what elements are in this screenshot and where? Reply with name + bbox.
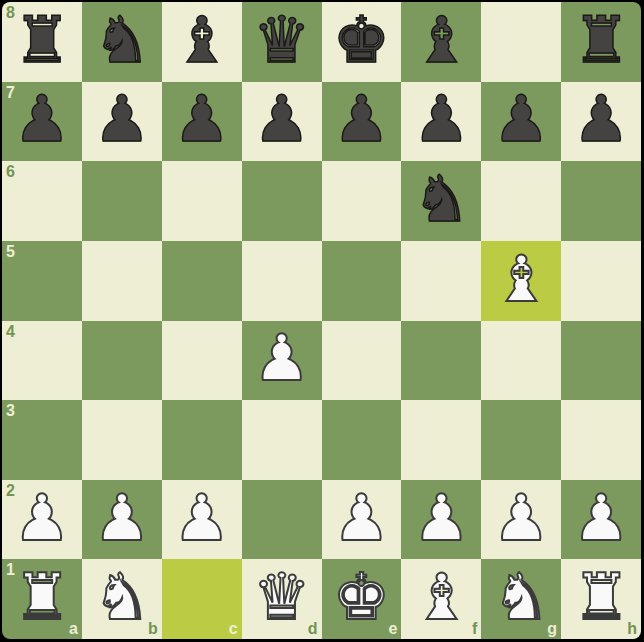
- square-d1[interactable]: ♛d: [242, 559, 322, 639]
- square-e7[interactable]: ♟: [322, 82, 402, 162]
- square-b8[interactable]: ♞: [82, 2, 162, 82]
- square-d8[interactable]: ♛: [242, 2, 322, 82]
- white-pawn[interactable]: ♟: [333, 486, 390, 550]
- black-pawn[interactable]: ♟: [413, 87, 470, 151]
- square-b2[interactable]: ♟: [82, 480, 162, 560]
- square-e4[interactable]: [322, 321, 402, 401]
- white-bishop[interactable]: ♝: [493, 247, 550, 311]
- black-pawn[interactable]: ♟: [253, 87, 310, 151]
- white-pawn[interactable]: ♟: [13, 486, 70, 550]
- black-bishop[interactable]: ♝: [413, 8, 470, 72]
- square-d3[interactable]: [242, 400, 322, 480]
- black-pawn[interactable]: ♟: [13, 87, 70, 151]
- rank-label-8: 8: [6, 5, 15, 21]
- square-e1[interactable]: ♚e: [322, 559, 402, 639]
- black-queen[interactable]: ♛: [253, 8, 310, 72]
- white-pawn[interactable]: ♟: [93, 486, 150, 550]
- square-g2[interactable]: ♟: [481, 480, 561, 560]
- white-pawn[interactable]: ♟: [413, 486, 470, 550]
- black-pawn[interactable]: ♟: [493, 87, 550, 151]
- square-a4[interactable]: 4: [2, 321, 82, 401]
- square-f4[interactable]: [401, 321, 481, 401]
- white-bishop[interactable]: ♝: [413, 565, 470, 629]
- white-queen[interactable]: ♛: [253, 565, 310, 629]
- white-pawn[interactable]: ♟: [173, 486, 230, 550]
- square-c4[interactable]: [162, 321, 242, 401]
- square-a3[interactable]: 3: [2, 400, 82, 480]
- square-a1[interactable]: ♜1a: [2, 559, 82, 639]
- white-knight[interactable]: ♞: [493, 565, 550, 629]
- square-e2[interactable]: ♟: [322, 480, 402, 560]
- square-h2[interactable]: ♟: [561, 480, 641, 560]
- square-b4[interactable]: [82, 321, 162, 401]
- square-h3[interactable]: [561, 400, 641, 480]
- square-e8[interactable]: ♚: [322, 2, 402, 82]
- square-f6[interactable]: ♞: [401, 161, 481, 241]
- square-a8[interactable]: ♜8: [2, 2, 82, 82]
- square-e5[interactable]: [322, 241, 402, 321]
- square-c6[interactable]: [162, 161, 242, 241]
- file-label-g: g: [547, 621, 557, 637]
- square-c5[interactable]: [162, 241, 242, 321]
- file-label-b: b: [148, 621, 158, 637]
- square-b3[interactable]: [82, 400, 162, 480]
- chess-board-frame: ♜8♞♝♛♚♝♜♟7♟♟♟♟♟♟♟6♞5♝4♟3♟2♟♟♟♟♟♟♜1a♞bc♛d…: [0, 0, 644, 642]
- square-g8[interactable]: [481, 2, 561, 82]
- square-g1[interactable]: ♞g: [481, 559, 561, 639]
- file-label-c: c: [229, 621, 238, 637]
- square-h4[interactable]: [561, 321, 641, 401]
- square-c1[interactable]: c: [162, 559, 242, 639]
- square-e6[interactable]: [322, 161, 402, 241]
- square-d7[interactable]: ♟: [242, 82, 322, 162]
- white-pawn[interactable]: ♟: [572, 486, 629, 550]
- square-f3[interactable]: [401, 400, 481, 480]
- black-king[interactable]: ♚: [333, 8, 390, 72]
- square-a7[interactable]: ♟7: [2, 82, 82, 162]
- square-h8[interactable]: ♜: [561, 2, 641, 82]
- square-d6[interactable]: [242, 161, 322, 241]
- rank-label-5: 5: [6, 244, 15, 260]
- square-c7[interactable]: ♟: [162, 82, 242, 162]
- file-label-h: h: [627, 621, 637, 637]
- black-pawn[interactable]: ♟: [333, 87, 390, 151]
- square-g3[interactable]: [481, 400, 561, 480]
- black-pawn[interactable]: ♟: [173, 87, 230, 151]
- black-knight[interactable]: ♞: [413, 167, 470, 231]
- square-f1[interactable]: ♝f: [401, 559, 481, 639]
- square-f5[interactable]: [401, 241, 481, 321]
- square-h5[interactable]: [561, 241, 641, 321]
- black-pawn[interactable]: ♟: [93, 87, 150, 151]
- square-g6[interactable]: [481, 161, 561, 241]
- white-knight[interactable]: ♞: [93, 565, 150, 629]
- square-f2[interactable]: ♟: [401, 480, 481, 560]
- square-a2[interactable]: ♟2: [2, 480, 82, 560]
- white-king[interactable]: ♚: [333, 565, 390, 629]
- square-c3[interactable]: [162, 400, 242, 480]
- square-d5[interactable]: [242, 241, 322, 321]
- square-a6[interactable]: 6: [2, 161, 82, 241]
- square-b6[interactable]: [82, 161, 162, 241]
- square-g7[interactable]: ♟: [481, 82, 561, 162]
- square-f7[interactable]: ♟: [401, 82, 481, 162]
- square-c8[interactable]: ♝: [162, 2, 242, 82]
- square-c2[interactable]: ♟: [162, 480, 242, 560]
- square-g4[interactable]: [481, 321, 561, 401]
- file-label-a: a: [69, 621, 78, 637]
- rank-label-2: 2: [6, 483, 15, 499]
- chess-board: ♜8♞♝♛♚♝♜♟7♟♟♟♟♟♟♟6♞5♝4♟3♟2♟♟♟♟♟♟♜1a♞bc♛d…: [2, 2, 641, 639]
- square-h7[interactable]: ♟: [561, 82, 641, 162]
- square-a5[interactable]: 5: [2, 241, 82, 321]
- black-rook[interactable]: ♜: [13, 8, 70, 72]
- square-f8[interactable]: ♝: [401, 2, 481, 82]
- square-e3[interactable]: [322, 400, 402, 480]
- black-knight[interactable]: ♞: [93, 8, 150, 72]
- rank-label-3: 3: [6, 403, 15, 419]
- white-pawn[interactable]: ♟: [253, 326, 310, 390]
- square-b7[interactable]: ♟: [82, 82, 162, 162]
- black-pawn[interactable]: ♟: [572, 87, 629, 151]
- file-label-f: f: [472, 621, 477, 637]
- file-label-d: d: [308, 621, 318, 637]
- square-b5[interactable]: [82, 241, 162, 321]
- black-rook[interactable]: ♜: [572, 8, 629, 72]
- white-rook[interactable]: ♜: [572, 565, 629, 629]
- square-d4[interactable]: ♟: [242, 321, 322, 401]
- square-h6[interactable]: [561, 161, 641, 241]
- square-d2[interactable]: [242, 480, 322, 560]
- square-g5[interactable]: ♝: [481, 241, 561, 321]
- rank-label-7: 7: [6, 85, 15, 101]
- black-bishop[interactable]: ♝: [173, 8, 230, 72]
- square-h1[interactable]: ♜h: [561, 559, 641, 639]
- rank-label-6: 6: [6, 164, 15, 180]
- rank-label-1: 1: [6, 562, 15, 578]
- white-rook[interactable]: ♜: [13, 565, 70, 629]
- rank-label-4: 4: [6, 324, 15, 340]
- file-label-e: e: [388, 621, 397, 637]
- square-b1[interactable]: ♞b: [82, 559, 162, 639]
- white-pawn[interactable]: ♟: [493, 486, 550, 550]
